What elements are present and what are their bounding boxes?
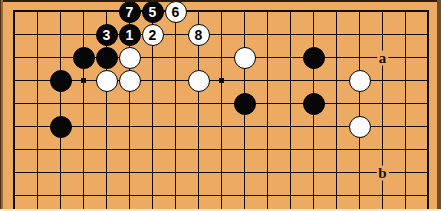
frame-border-bottom (0, 209, 441, 211)
go-diagram: 1235678ab (0, 0, 441, 211)
black-stone-move-5: 5 (142, 1, 164, 23)
star-point (219, 78, 224, 83)
white-stone (349, 116, 371, 138)
black-stone-move-1: 1 (119, 24, 141, 46)
white-stone (96, 70, 118, 92)
star-point (81, 78, 86, 83)
white-stone-move-2: 2 (142, 24, 164, 46)
grid-vline (13, 10, 15, 211)
move-number: 3 (103, 28, 111, 42)
white-stone (119, 70, 141, 92)
white-stone (349, 70, 371, 92)
white-stone-move-6: 6 (165, 1, 187, 23)
grid-vline (221, 10, 222, 211)
move-number: 2 (149, 28, 157, 42)
white-stone (188, 70, 210, 92)
point-label-b: b (376, 165, 388, 180)
move-number: 7 (126, 5, 134, 19)
move-number: 6 (172, 5, 180, 19)
grid-vline (382, 10, 383, 211)
white-stone (234, 47, 256, 69)
grid-vline (290, 10, 291, 211)
white-stone-move-8: 8 (188, 24, 210, 46)
black-stone (96, 47, 118, 69)
grid-vline (405, 10, 406, 211)
grid-vline (359, 10, 360, 211)
black-stone (50, 116, 72, 138)
black-stone-move-3: 3 (96, 24, 118, 46)
frame-border-left (0, 0, 3, 211)
move-number: 8 (195, 28, 203, 42)
black-stone (50, 70, 72, 92)
black-stone (303, 93, 325, 115)
grid-vline (83, 10, 84, 211)
grid-vline (267, 10, 268, 211)
move-number: 1 (126, 28, 134, 42)
grid-vline (175, 10, 176, 211)
frame-border-top (0, 0, 441, 2)
point-label-a: a (377, 50, 389, 65)
black-stone (234, 93, 256, 115)
white-stone (119, 47, 141, 69)
move-number: 5 (149, 5, 157, 19)
black-stone (303, 47, 325, 69)
grid-vline (37, 10, 38, 211)
grid-vline (60, 10, 61, 211)
grid-vline (427, 10, 429, 211)
frame-border-right (437, 0, 441, 211)
grid-vline (336, 10, 337, 211)
black-stone (73, 47, 95, 69)
black-stone-move-7: 7 (119, 1, 141, 23)
